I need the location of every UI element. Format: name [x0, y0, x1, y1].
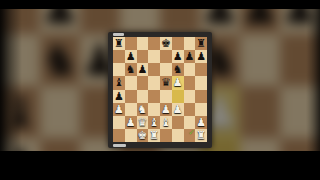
square-a2[interactable]	[113, 116, 125, 129]
square-h2[interactable]: ♟	[195, 116, 207, 129]
square-c8[interactable]	[137, 37, 149, 50]
square-b6: ♞	[40, 34, 80, 86]
square-h8[interactable]: ♜	[195, 37, 207, 50]
square-d3[interactable]	[148, 103, 160, 116]
piece-black-pawn: ♟	[184, 50, 196, 63]
square-e6[interactable]	[160, 63, 172, 76]
piece-white-pawn: ♟	[113, 103, 125, 116]
piece-black-king: ♚	[160, 37, 172, 50]
square-f7[interactable]: ♟	[172, 50, 184, 63]
square-g6	[240, 34, 280, 86]
square-f6[interactable]: ♞	[172, 63, 184, 76]
move-annotation-check-icon: ✓	[189, 129, 196, 137]
piece-black-pawn: ♟	[195, 50, 207, 63]
piece-black-pawn: ♟	[172, 50, 184, 63]
square-f3[interactable]: ♟	[172, 103, 184, 116]
piece-white-bishop: ♝	[160, 116, 172, 129]
square-g7[interactable]: ♟	[184, 50, 196, 63]
square-f4[interactable]	[172, 90, 184, 103]
square-g6[interactable]	[184, 63, 196, 76]
square-g8[interactable]	[184, 37, 196, 50]
piece-white-queen: ♛	[137, 116, 149, 129]
square-d1[interactable]: ♜	[148, 129, 160, 142]
square-c2[interactable]: ♛	[137, 116, 149, 129]
square-c6[interactable]: ♟	[137, 63, 149, 76]
square-d8[interactable]	[148, 37, 160, 50]
square-c3[interactable]: ♞	[137, 103, 149, 116]
square-f5[interactable]: ♟	[172, 76, 184, 89]
square-h7[interactable]: ♟	[195, 50, 207, 63]
piece-white-knight: ♞	[137, 103, 149, 116]
square-a4[interactable]: ♟	[113, 90, 125, 103]
square-g4[interactable]	[184, 90, 196, 103]
square-b8[interactable]	[125, 37, 137, 50]
square-h1[interactable]: ♜	[195, 129, 207, 142]
square-e3[interactable]: ♟	[160, 103, 172, 116]
chess-board: ♜♚♜♟♟♟♟♞♟♞♝♛♟♟♟♞♟♟♟♛♝♝♟♚♜✓♜	[113, 37, 207, 142]
piece-black-queen: ♛	[160, 76, 172, 89]
square-e8[interactable]: ♚	[160, 37, 172, 50]
square-a7[interactable]	[113, 50, 125, 63]
piece-white-bishop: ♝	[148, 116, 160, 129]
piece-black-knight: ♞	[40, 34, 80, 86]
square-a3[interactable]: ♟	[113, 103, 125, 116]
square-b5[interactable]	[125, 76, 137, 89]
square-e2[interactable]: ♝	[160, 116, 172, 129]
piece-black-rook: ♜	[113, 37, 125, 50]
shorts-frame: ♜♚♜♟♟♟♟♞♟♞♝♛♟♟♟♞♟♟♟♛♝♝♟♚♜♜ ♜♚♜♟♟♟♟♞♟♞♝♛♟…	[0, 0, 320, 180]
piece-white-rook: ♜	[195, 129, 207, 142]
square-b5	[40, 86, 80, 138]
square-d7[interactable]	[148, 50, 160, 63]
piece-black-bishop: ♝	[113, 76, 125, 89]
piece-black-pawn: ♟	[113, 90, 125, 103]
square-a8[interactable]: ♜	[113, 37, 125, 50]
piece-black-rook: ♜	[195, 37, 207, 50]
square-c4[interactable]	[137, 90, 149, 103]
piece-white-pawn: ♟	[160, 103, 172, 116]
piece-black-pawn: ♟	[137, 63, 149, 76]
square-c5[interactable]	[137, 76, 149, 89]
square-d4[interactable]	[148, 90, 160, 103]
square-g5[interactable]	[184, 76, 196, 89]
square-b2[interactable]: ♟	[125, 116, 137, 129]
square-g2[interactable]	[184, 116, 196, 129]
square-g5	[240, 86, 280, 138]
square-f2[interactable]	[172, 116, 184, 129]
white-player-label	[113, 144, 126, 147]
square-a5[interactable]: ♝	[113, 76, 125, 89]
piece-white-king: ♚	[137, 129, 149, 142]
piece-white-rook: ♜	[148, 129, 160, 142]
square-a6[interactable]	[113, 63, 125, 76]
square-g3[interactable]	[184, 103, 196, 116]
square-b6[interactable]: ♞	[125, 63, 137, 76]
square-e5[interactable]: ♛	[160, 76, 172, 89]
square-b7[interactable]: ♟	[125, 50, 137, 63]
piece-black-knight: ♞	[125, 63, 137, 76]
square-e7[interactable]	[160, 50, 172, 63]
square-a1[interactable]	[113, 129, 125, 142]
piece-white-pawn: ♟	[195, 116, 207, 129]
black-player-label	[113, 33, 124, 36]
left-vignette	[0, 0, 22, 180]
square-h5[interactable]	[195, 76, 207, 89]
piece-white-pawn: ♟	[172, 76, 184, 89]
square-h3[interactable]	[195, 103, 207, 116]
square-d2[interactable]: ♝	[148, 116, 160, 129]
square-d6[interactable]	[148, 63, 160, 76]
square-c7[interactable]	[137, 50, 149, 63]
square-h6[interactable]	[195, 63, 207, 76]
square-b1[interactable]	[125, 129, 137, 142]
top-letterbox-bar	[0, 0, 320, 9]
square-e1[interactable]	[160, 129, 172, 142]
square-b3[interactable]	[125, 103, 137, 116]
piece-white-pawn: ♟	[125, 116, 137, 129]
square-b4[interactable]	[125, 90, 137, 103]
square-f8[interactable]	[172, 37, 184, 50]
chess-board-panel: ♜♚♜♟♟♟♟♞♟♞♝♛♟♟♟♞♟♟♟♛♝♝♟♚♜✓♜	[108, 32, 212, 148]
right-vignette	[306, 0, 320, 180]
square-g1[interactable]: ✓	[184, 129, 196, 142]
bottom-letterbox-bar	[0, 151, 320, 180]
piece-black-pawn: ♟	[125, 50, 137, 63]
piece-black-knight: ♞	[172, 63, 184, 76]
piece-white-pawn: ♟	[172, 103, 184, 116]
square-d5[interactable]	[148, 76, 160, 89]
square-e4[interactable]	[160, 90, 172, 103]
square-h4[interactable]	[195, 90, 207, 103]
square-f1[interactable]	[172, 129, 184, 142]
square-c1[interactable]: ♚	[137, 129, 149, 142]
